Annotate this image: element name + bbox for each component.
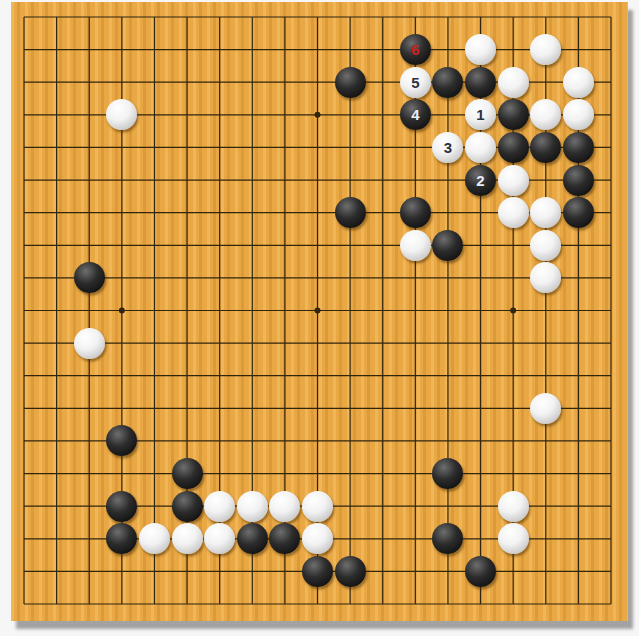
black-stone [302,556,333,587]
stones-grid: 654132 [8,1,628,621]
black-stone [106,523,137,554]
white-stone [498,197,529,228]
black-stone [106,491,137,522]
white-stone: 1 [465,99,496,130]
black-stone: 4 [400,99,431,130]
white-stone [106,99,137,130]
white-stone [498,491,529,522]
black-stone [172,458,203,489]
move-number-label: 6 [411,42,419,57]
black-stone [563,165,594,196]
white-stone [302,491,333,522]
white-stone [237,491,268,522]
white-stone [204,523,235,554]
black-stone [432,67,463,98]
white-stone [400,230,431,261]
black-stone [432,230,463,261]
black-stone [498,99,529,130]
white-stone [530,393,561,424]
white-stone [563,99,594,130]
black-stone [237,523,268,554]
black-stone [172,491,203,522]
white-stone [530,99,561,130]
black-stone [335,67,366,98]
black-stone [563,197,594,228]
white-stone [530,34,561,65]
black-stone [465,67,496,98]
black-stone [335,197,366,228]
move-number-label: 2 [476,173,484,188]
white-stone [269,491,300,522]
white-stone [563,67,594,98]
white-stone [498,523,529,554]
black-stone: 2 [465,165,496,196]
black-stone [465,556,496,587]
black-stone [432,523,463,554]
black-stone [335,556,366,587]
white-stone [74,328,105,359]
white-stone [172,523,203,554]
black-stone [432,458,463,489]
black-stone [74,262,105,293]
white-stone [139,523,170,554]
black-stone [400,197,431,228]
black-stone: 6 [400,34,431,65]
white-stone: 5 [400,67,431,98]
move-number-label: 5 [411,75,419,90]
white-stone [204,491,235,522]
black-stone [269,523,300,554]
move-number-label: 4 [411,107,419,122]
white-stone [530,262,561,293]
move-number-label: 3 [444,140,452,155]
white-stone [465,132,496,163]
black-stone [530,132,561,163]
white-stone: 3 [432,132,463,163]
white-stone [465,34,496,65]
white-stone [302,523,333,554]
move-number-label: 1 [476,107,484,122]
black-stone [106,425,137,456]
black-stone [563,132,594,163]
white-stone [498,67,529,98]
white-stone [530,197,561,228]
white-stone [498,165,529,196]
white-stone [530,230,561,261]
go-board[interactable]: 654132 [11,2,628,621]
black-stone [498,132,529,163]
